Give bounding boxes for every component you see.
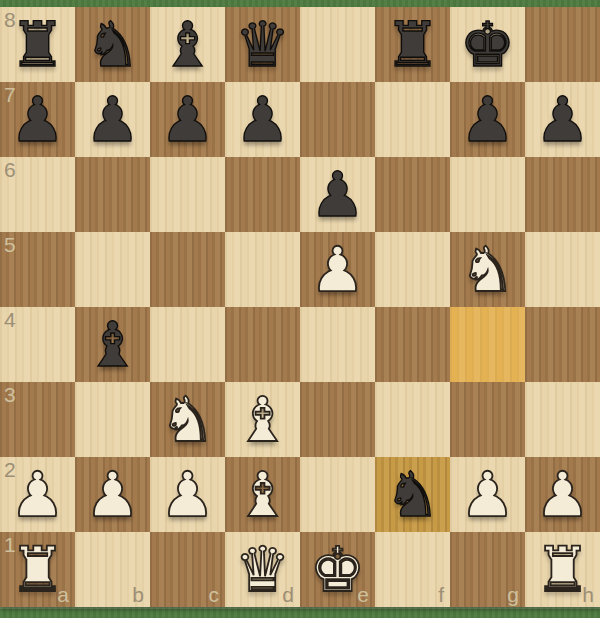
square-h6[interactable] — [525, 157, 600, 232]
square-c2[interactable]: ♟ — [150, 457, 225, 532]
black-queen-piece[interactable]: ♛ — [225, 7, 300, 82]
square-d3[interactable]: ♝ — [225, 382, 300, 457]
square-c8[interactable]: ♝ — [150, 7, 225, 82]
square-h4[interactable] — [525, 307, 600, 382]
black-bishop-piece[interactable]: ♝ — [150, 7, 225, 82]
white-bishop-piece[interactable]: ♝ — [225, 457, 300, 532]
square-a7[interactable]: 7♟ — [0, 82, 75, 157]
square-b6[interactable] — [75, 157, 150, 232]
black-pawn-piece[interactable]: ♟ — [75, 82, 150, 157]
square-h1[interactable]: h♜ — [525, 532, 600, 607]
square-a8[interactable]: 8♜ — [0, 7, 75, 82]
file-label-g: g — [507, 583, 519, 607]
white-knight-piece[interactable]: ♞ — [150, 382, 225, 457]
square-d6[interactable] — [225, 157, 300, 232]
square-g4[interactable] — [450, 307, 525, 382]
chess-board: 8♜♞♝♛♜♚7♟♟♟♟♟♟6♟5♟♞4♝3♞♝2♟♟♟♝♞♟♟1a♜bcd♛e… — [0, 7, 600, 607]
game-table-background: 8♜♞♝♛♜♚7♟♟♟♟♟♟6♟5♟♞4♝3♞♝2♟♟♟♝♞♟♟1a♜bcd♛e… — [0, 0, 600, 618]
black-pawn-piece[interactable]: ♟ — [225, 82, 300, 157]
square-f4[interactable] — [375, 307, 450, 382]
file-label-c: c — [209, 583, 220, 607]
square-d8[interactable]: ♛ — [225, 7, 300, 82]
square-f1[interactable]: f — [375, 532, 450, 607]
file-label-b: b — [132, 583, 144, 607]
square-g7[interactable]: ♟ — [450, 82, 525, 157]
white-pawn-piece[interactable]: ♟ — [0, 457, 75, 532]
square-h5[interactable] — [525, 232, 600, 307]
white-king-piece[interactable]: ♚ — [300, 532, 375, 607]
square-e8[interactable] — [300, 7, 375, 82]
square-f3[interactable] — [375, 382, 450, 457]
square-a6[interactable]: 6 — [0, 157, 75, 232]
white-knight-piece[interactable]: ♞ — [450, 232, 525, 307]
rank-label-5: 5 — [4, 233, 16, 257]
square-g6[interactable] — [450, 157, 525, 232]
square-c3[interactable]: ♞ — [150, 382, 225, 457]
square-f7[interactable] — [375, 82, 450, 157]
file-label-f: f — [438, 583, 444, 607]
black-pawn-piece[interactable]: ♟ — [150, 82, 225, 157]
black-rook-piece[interactable]: ♜ — [375, 7, 450, 82]
square-d5[interactable] — [225, 232, 300, 307]
square-c7[interactable]: ♟ — [150, 82, 225, 157]
square-e6[interactable]: ♟ — [300, 157, 375, 232]
square-a3[interactable]: 3 — [0, 382, 75, 457]
white-pawn-piece[interactable]: ♟ — [525, 457, 600, 532]
white-rook-piece[interactable]: ♜ — [0, 532, 75, 607]
white-pawn-piece[interactable]: ♟ — [75, 457, 150, 532]
square-b4[interactable]: ♝ — [75, 307, 150, 382]
black-rook-piece[interactable]: ♜ — [0, 7, 75, 82]
square-b5[interactable] — [75, 232, 150, 307]
square-d7[interactable]: ♟ — [225, 82, 300, 157]
white-rook-piece[interactable]: ♜ — [525, 532, 600, 607]
white-pawn-piece[interactable]: ♟ — [150, 457, 225, 532]
black-bishop-piece[interactable]: ♝ — [75, 307, 150, 382]
white-bishop-piece[interactable]: ♝ — [225, 382, 300, 457]
square-c4[interactable] — [150, 307, 225, 382]
black-pawn-piece[interactable]: ♟ — [450, 82, 525, 157]
black-pawn-piece[interactable]: ♟ — [300, 157, 375, 232]
square-a5[interactable]: 5 — [0, 232, 75, 307]
black-knight-piece[interactable]: ♞ — [375, 457, 450, 532]
square-e1[interactable]: e♚ — [300, 532, 375, 607]
square-b8[interactable]: ♞ — [75, 7, 150, 82]
square-a2[interactable]: 2♟ — [0, 457, 75, 532]
square-g8[interactable]: ♚ — [450, 7, 525, 82]
square-b2[interactable]: ♟ — [75, 457, 150, 532]
rank-label-4: 4 — [4, 308, 16, 332]
square-g2[interactable]: ♟ — [450, 457, 525, 532]
square-h2[interactable]: ♟ — [525, 457, 600, 532]
black-pawn-piece[interactable]: ♟ — [525, 82, 600, 157]
square-f8[interactable]: ♜ — [375, 7, 450, 82]
square-h8[interactable] — [525, 7, 600, 82]
white-pawn-piece[interactable]: ♟ — [450, 457, 525, 532]
white-queen-piece[interactable]: ♛ — [225, 532, 300, 607]
square-d1[interactable]: d♛ — [225, 532, 300, 607]
black-pawn-piece[interactable]: ♟ — [0, 82, 75, 157]
square-b1[interactable]: b — [75, 532, 150, 607]
square-e4[interactable] — [300, 307, 375, 382]
square-b3[interactable] — [75, 382, 150, 457]
square-a1[interactable]: 1a♜ — [0, 532, 75, 607]
square-e5[interactable]: ♟ — [300, 232, 375, 307]
square-d4[interactable] — [225, 307, 300, 382]
square-f5[interactable] — [375, 232, 450, 307]
square-h7[interactable]: ♟ — [525, 82, 600, 157]
table-edge-highlight — [0, 607, 600, 609]
square-e7[interactable] — [300, 82, 375, 157]
white-pawn-piece[interactable]: ♟ — [300, 232, 375, 307]
square-c5[interactable] — [150, 232, 225, 307]
black-king-piece[interactable]: ♚ — [450, 7, 525, 82]
square-b7[interactable]: ♟ — [75, 82, 150, 157]
square-g3[interactable] — [450, 382, 525, 457]
square-h3[interactable] — [525, 382, 600, 457]
square-g1[interactable]: g — [450, 532, 525, 607]
square-c6[interactable] — [150, 157, 225, 232]
square-e3[interactable] — [300, 382, 375, 457]
black-knight-piece[interactable]: ♞ — [75, 7, 150, 82]
rank-label-3: 3 — [4, 383, 16, 407]
square-g5[interactable]: ♞ — [450, 232, 525, 307]
square-f2[interactable]: ♞ — [375, 457, 450, 532]
square-c1[interactable]: c — [150, 532, 225, 607]
square-d2[interactable]: ♝ — [225, 457, 300, 532]
square-a4[interactable]: 4 — [0, 307, 75, 382]
square-f6[interactable] — [375, 157, 450, 232]
square-e2[interactable] — [300, 457, 375, 532]
rank-label-6: 6 — [4, 158, 16, 182]
